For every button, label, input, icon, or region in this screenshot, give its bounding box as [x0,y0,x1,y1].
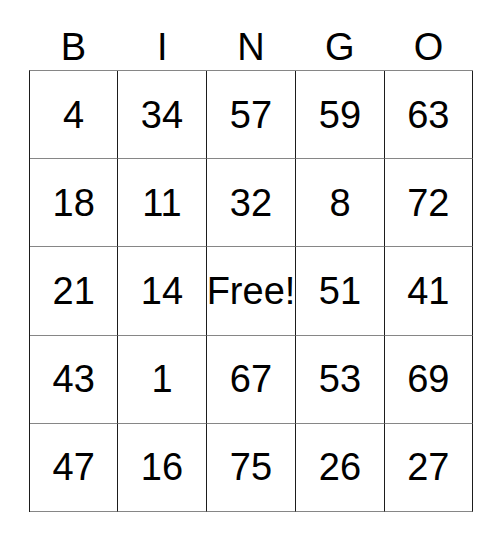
bingo-cell-r0c0[interactable]: 4 [30,71,118,159]
bingo-cell-r3c3[interactable]: 53 [296,336,384,424]
column-letter-n: N [207,0,296,70]
bingo-cell-r1c3[interactable]: 8 [296,159,384,247]
bingo-cell-r4c0[interactable]: 47 [30,424,118,512]
column-letter-g: G [295,0,384,70]
bingo-cell-r1c4[interactable]: 72 [385,159,473,247]
bingo-card: B I N G O 4 34 57 59 63 18 11 32 8 72 21… [0,0,500,544]
bingo-cell-r2c0[interactable]: 21 [30,247,118,335]
bingo-cell-r1c1[interactable]: 11 [118,159,206,247]
free-space-cell[interactable]: Free! [207,247,297,335]
bingo-header-row: B I N G O [29,0,473,70]
bingo-cell-r0c3[interactable]: 59 [296,71,384,159]
bingo-cell-r3c0[interactable]: 43 [30,336,118,424]
bingo-cell-r1c2[interactable]: 32 [207,159,297,247]
bingo-cell-r4c4[interactable]: 27 [385,424,473,512]
bingo-grid: 4 34 57 59 63 18 11 32 8 72 21 14 Free! … [29,70,473,512]
column-letter-b: B [29,0,118,70]
bingo-cell-r3c1[interactable]: 1 [118,336,206,424]
column-letter-i: I [118,0,207,70]
column-letter-o: O [384,0,473,70]
bingo-cell-r0c2[interactable]: 57 [207,71,297,159]
bingo-cell-r2c1[interactable]: 14 [118,247,206,335]
bingo-cell-r3c4[interactable]: 69 [385,336,473,424]
bingo-cell-r1c0[interactable]: 18 [30,159,118,247]
bingo-cell-r4c2[interactable]: 75 [207,424,297,512]
bingo-cell-r2c3[interactable]: 51 [296,247,384,335]
bingo-cell-r4c1[interactable]: 16 [118,424,206,512]
bingo-cell-r0c4[interactable]: 63 [385,71,473,159]
bingo-cell-r4c3[interactable]: 26 [296,424,384,512]
bingo-cell-r2c4[interactable]: 41 [385,247,473,335]
bingo-cell-r3c2[interactable]: 67 [207,336,297,424]
bingo-cell-r0c1[interactable]: 34 [118,71,206,159]
